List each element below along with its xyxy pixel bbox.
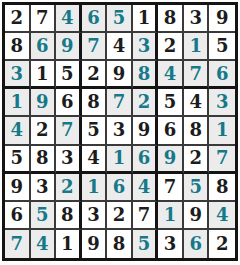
cell-r2c6[interactable]: 3 [133, 33, 159, 61]
cell-r2c8[interactable]: 1 [184, 33, 210, 61]
cell-r8c6[interactable]: 7 [133, 202, 159, 230]
cell-r1c4[interactable]: 6 [82, 5, 108, 33]
cell-r3c2[interactable]: 1 [31, 61, 57, 89]
cell-r1c7[interactable]: 8 [158, 5, 184, 33]
cell-r1c1[interactable]: 2 [5, 5, 31, 33]
cell-r6c4[interactable]: 4 [82, 146, 108, 174]
cell-r7c3[interactable]: 2 [56, 174, 82, 202]
cell-r4c7[interactable]: 5 [158, 89, 184, 117]
cell-r6c9[interactable]: 7 [209, 146, 235, 174]
cell-r7c2[interactable]: 3 [31, 174, 57, 202]
cell-r9c6[interactable]: 5 [133, 230, 159, 258]
cell-r5c1[interactable]: 4 [5, 117, 31, 145]
cell-r6c3[interactable]: 3 [56, 146, 82, 174]
cell-r5c2[interactable]: 2 [31, 117, 57, 145]
cell-r7c6[interactable]: 4 [133, 174, 159, 202]
cell-r3c1[interactable]: 3 [5, 61, 31, 89]
cell-r7c9[interactable]: 8 [209, 174, 235, 202]
cell-r2c5[interactable]: 4 [107, 33, 133, 61]
cell-r6c1[interactable]: 5 [5, 146, 31, 174]
cell-r6c5[interactable]: 1 [107, 146, 133, 174]
cell-r5c8[interactable]: 8 [184, 117, 210, 145]
cell-r3c4[interactable]: 2 [82, 61, 108, 89]
cell-r2c7[interactable]: 2 [158, 33, 184, 61]
cell-r7c1[interactable]: 9 [5, 174, 31, 202]
sudoku-board: 2746518398697432153152984761968725434275… [2, 2, 238, 261]
cell-r7c4[interactable]: 1 [82, 174, 108, 202]
cell-r5c9[interactable]: 1 [209, 117, 235, 145]
cell-r1c8[interactable]: 3 [184, 5, 210, 33]
cell-r9c7[interactable]: 3 [158, 230, 184, 258]
cell-r5c3[interactable]: 7 [56, 117, 82, 145]
cell-r4c1[interactable]: 1 [5, 89, 31, 117]
cell-r3c5[interactable]: 9 [107, 61, 133, 89]
cell-r1c3[interactable]: 4 [56, 5, 82, 33]
cell-r8c2[interactable]: 5 [31, 202, 57, 230]
cell-r7c8[interactable]: 5 [184, 174, 210, 202]
cell-r4c6[interactable]: 2 [133, 89, 159, 117]
cell-r4c3[interactable]: 6 [56, 89, 82, 117]
cell-r5c6[interactable]: 9 [133, 117, 159, 145]
cell-r1c2[interactable]: 7 [31, 5, 57, 33]
cell-r5c4[interactable]: 5 [82, 117, 108, 145]
cell-r2c1[interactable]: 8 [5, 33, 31, 61]
cell-r2c4[interactable]: 7 [82, 33, 108, 61]
cell-r5c7[interactable]: 6 [158, 117, 184, 145]
cell-r4c4[interactable]: 8 [82, 89, 108, 117]
cell-r9c9[interactable]: 2 [209, 230, 235, 258]
cell-r2c2[interactable]: 6 [31, 33, 57, 61]
cell-r9c5[interactable]: 8 [107, 230, 133, 258]
cell-r9c2[interactable]: 4 [31, 230, 57, 258]
cell-r8c8[interactable]: 9 [184, 202, 210, 230]
cell-r3c8[interactable]: 7 [184, 61, 210, 89]
cell-r3c3[interactable]: 5 [56, 61, 82, 89]
cell-r8c1[interactable]: 6 [5, 202, 31, 230]
cell-r4c8[interactable]: 4 [184, 89, 210, 117]
cell-r9c3[interactable]: 1 [56, 230, 82, 258]
cell-r3c6[interactable]: 8 [133, 61, 159, 89]
cell-r1c6[interactable]: 1 [133, 5, 159, 33]
cell-r8c3[interactable]: 8 [56, 202, 82, 230]
cell-r8c7[interactable]: 1 [158, 202, 184, 230]
cell-r4c9[interactable]: 3 [209, 89, 235, 117]
cell-r6c6[interactable]: 6 [133, 146, 159, 174]
cell-r9c1[interactable]: 7 [5, 230, 31, 258]
cell-r1c9[interactable]: 9 [209, 5, 235, 33]
cell-r7c5[interactable]: 6 [107, 174, 133, 202]
cell-r4c2[interactable]: 9 [31, 89, 57, 117]
cell-r7c7[interactable]: 7 [158, 174, 184, 202]
cell-r8c4[interactable]: 3 [82, 202, 108, 230]
cell-r9c4[interactable]: 9 [82, 230, 108, 258]
cell-r9c8[interactable]: 6 [184, 230, 210, 258]
cell-r6c8[interactable]: 2 [184, 146, 210, 174]
cell-r6c7[interactable]: 9 [158, 146, 184, 174]
cell-r2c3[interactable]: 9 [56, 33, 82, 61]
cell-r6c2[interactable]: 8 [31, 146, 57, 174]
cell-r1c5[interactable]: 5 [107, 5, 133, 33]
cell-r3c7[interactable]: 4 [158, 61, 184, 89]
cell-r3c9[interactable]: 6 [209, 61, 235, 89]
sudoku-page: 2746518398697432153152984761968725434275… [0, 0, 240, 265]
cell-r5c5[interactable]: 3 [107, 117, 133, 145]
cell-r4c5[interactable]: 7 [107, 89, 133, 117]
cell-r8c9[interactable]: 4 [209, 202, 235, 230]
cell-r8c5[interactable]: 2 [107, 202, 133, 230]
cell-r2c9[interactable]: 5 [209, 33, 235, 61]
